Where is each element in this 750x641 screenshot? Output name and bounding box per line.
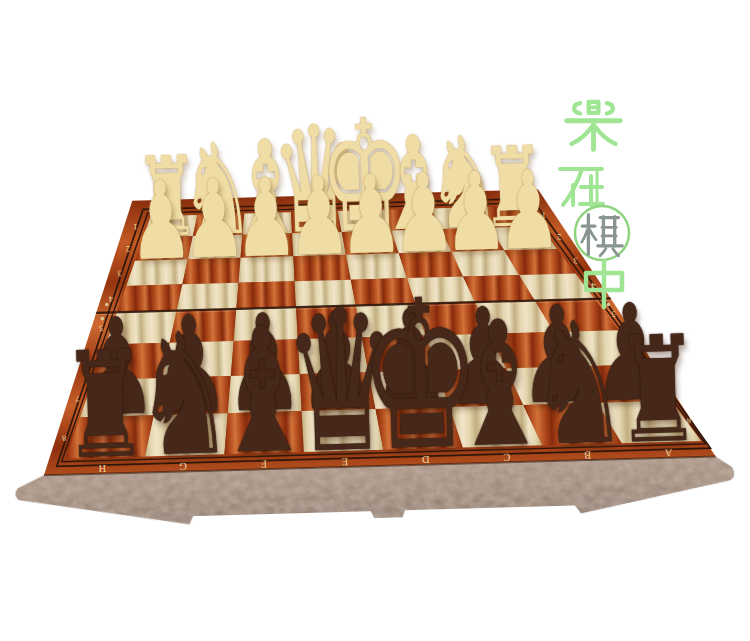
logo-chinese-calligraphy xyxy=(540,88,650,318)
square-f8 xyxy=(223,411,304,454)
square-h3 xyxy=(125,259,188,286)
square-e5 xyxy=(296,305,362,339)
square-g4 xyxy=(176,283,239,311)
logo-char-zhong xyxy=(586,262,622,308)
file-label-B: B xyxy=(584,450,591,461)
rank-label-6: 6 xyxy=(88,357,93,367)
square-g3 xyxy=(182,258,242,285)
rank-label-6: 6 xyxy=(635,342,640,352)
product-photo: HGFEDCBA1122334455667788 ♜♞♝♛♚♝♞♜♟♟♟♟♟♟♟… xyxy=(0,0,750,641)
square-e4 xyxy=(295,280,356,308)
square-e6 xyxy=(298,337,369,374)
square-d3 xyxy=(346,253,407,280)
square-g5 xyxy=(169,309,237,343)
square-d5 xyxy=(356,304,426,338)
rank-label-8: 8 xyxy=(687,416,692,426)
square-d1 xyxy=(338,210,392,232)
file-label-H: H xyxy=(98,463,106,474)
rank-label-7: 7 xyxy=(660,377,665,387)
square-g6 xyxy=(161,341,235,378)
square-f1 xyxy=(242,212,292,234)
file-label-E: E xyxy=(342,456,349,467)
square-e2 xyxy=(292,232,346,256)
square-g7 xyxy=(153,376,232,415)
logo-char-le xyxy=(567,102,621,150)
square-g1 xyxy=(192,214,244,236)
square-c1 xyxy=(384,208,440,231)
square-h4 xyxy=(116,284,183,312)
square-d2 xyxy=(342,230,399,255)
square-d8 xyxy=(376,407,463,450)
square-e3 xyxy=(293,255,350,282)
square-f3 xyxy=(238,256,295,283)
square-g8 xyxy=(144,413,229,456)
file-label-A: A xyxy=(664,447,672,458)
file-label-D: D xyxy=(421,454,429,465)
square-f7 xyxy=(227,374,302,413)
square-e8 xyxy=(302,409,384,452)
square-e7 xyxy=(300,372,376,411)
file-label-C: C xyxy=(503,452,510,463)
square-e1 xyxy=(291,211,342,233)
file-label-G: G xyxy=(179,461,187,472)
square-h1 xyxy=(143,215,198,238)
rank-label-3: 3 xyxy=(117,269,122,279)
square-d7 xyxy=(368,370,449,409)
rank-label-7: 7 xyxy=(75,394,80,404)
square-d6 xyxy=(362,335,438,372)
square-d4 xyxy=(351,278,416,306)
rank-label-5: 5 xyxy=(99,324,104,334)
file-label-F: F xyxy=(261,459,267,470)
square-f2 xyxy=(240,233,293,257)
rank-label-1: 1 xyxy=(133,222,138,232)
square-g2 xyxy=(187,235,243,260)
rank-label-2: 2 xyxy=(126,244,131,254)
square-f6 xyxy=(230,339,300,376)
square-h2 xyxy=(134,236,193,261)
square-f5 xyxy=(233,307,298,341)
rank-label-8: 8 xyxy=(62,433,67,443)
square-f4 xyxy=(236,281,296,309)
